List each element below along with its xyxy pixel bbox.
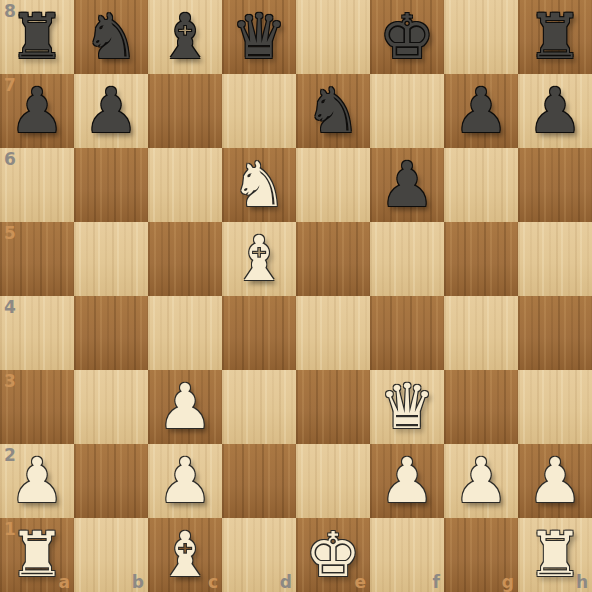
square-d5[interactable]: ♝ bbox=[222, 222, 296, 296]
square-g7[interactable]: ♟ bbox=[444, 74, 518, 148]
square-e1[interactable]: e♚ bbox=[296, 518, 370, 592]
square-h7[interactable]: ♟ bbox=[518, 74, 592, 148]
square-d1[interactable]: d bbox=[222, 518, 296, 592]
square-e5[interactable] bbox=[296, 222, 370, 296]
piece-black-rook[interactable]: ♜ bbox=[518, 0, 592, 74]
square-e3[interactable] bbox=[296, 370, 370, 444]
piece-black-rook[interactable]: ♜ bbox=[0, 0, 74, 74]
square-g6[interactable] bbox=[444, 148, 518, 222]
piece-black-knight[interactable]: ♞ bbox=[296, 74, 370, 148]
square-a1[interactable]: 1a♜ bbox=[0, 518, 74, 592]
file-label-f: f bbox=[433, 572, 440, 592]
square-f2[interactable]: ♟ bbox=[370, 444, 444, 518]
square-b4[interactable] bbox=[74, 296, 148, 370]
square-h4[interactable] bbox=[518, 296, 592, 370]
piece-white-bishop[interactable]: ♝ bbox=[148, 518, 222, 592]
square-d3[interactable] bbox=[222, 370, 296, 444]
square-c7[interactable] bbox=[148, 74, 222, 148]
piece-white-pawn[interactable]: ♟ bbox=[148, 444, 222, 518]
square-d6[interactable]: ♞ bbox=[222, 148, 296, 222]
square-d4[interactable] bbox=[222, 296, 296, 370]
square-c3[interactable]: ♟ bbox=[148, 370, 222, 444]
square-f4[interactable] bbox=[370, 296, 444, 370]
square-e8[interactable] bbox=[296, 0, 370, 74]
square-d2[interactable] bbox=[222, 444, 296, 518]
square-b7[interactable]: ♟ bbox=[74, 74, 148, 148]
square-a5[interactable]: 5 bbox=[0, 222, 74, 296]
square-b5[interactable] bbox=[74, 222, 148, 296]
file-label-d: d bbox=[280, 572, 292, 592]
square-b1[interactable]: b bbox=[74, 518, 148, 592]
square-g4[interactable] bbox=[444, 296, 518, 370]
square-b3[interactable] bbox=[74, 370, 148, 444]
square-g3[interactable] bbox=[444, 370, 518, 444]
square-b6[interactable] bbox=[74, 148, 148, 222]
square-f3[interactable]: ♛ bbox=[370, 370, 444, 444]
rank-label-5: 5 bbox=[4, 223, 16, 243]
square-h2[interactable]: ♟ bbox=[518, 444, 592, 518]
square-d8[interactable]: ♛ bbox=[222, 0, 296, 74]
piece-white-rook[interactable]: ♜ bbox=[518, 518, 592, 592]
piece-black-king[interactable]: ♚ bbox=[370, 0, 444, 74]
square-c4[interactable] bbox=[148, 296, 222, 370]
square-a4[interactable]: 4 bbox=[0, 296, 74, 370]
square-g2[interactable]: ♟ bbox=[444, 444, 518, 518]
square-c6[interactable] bbox=[148, 148, 222, 222]
piece-white-knight[interactable]: ♞ bbox=[222, 148, 296, 222]
square-g5[interactable] bbox=[444, 222, 518, 296]
piece-black-knight[interactable]: ♞ bbox=[74, 0, 148, 74]
square-f7[interactable] bbox=[370, 74, 444, 148]
square-e4[interactable] bbox=[296, 296, 370, 370]
piece-black-pawn[interactable]: ♟ bbox=[74, 74, 148, 148]
square-b8[interactable]: ♞ bbox=[74, 0, 148, 74]
file-label-g: g bbox=[502, 572, 514, 592]
piece-black-pawn[interactable]: ♟ bbox=[518, 74, 592, 148]
square-a6[interactable]: 6 bbox=[0, 148, 74, 222]
piece-black-pawn[interactable]: ♟ bbox=[370, 148, 444, 222]
rank-label-6: 6 bbox=[4, 149, 16, 169]
piece-black-queen[interactable]: ♛ bbox=[222, 0, 296, 74]
file-label-b: b bbox=[132, 572, 144, 592]
piece-white-rook[interactable]: ♜ bbox=[0, 518, 74, 592]
piece-white-bishop[interactable]: ♝ bbox=[222, 222, 296, 296]
rank-label-4: 4 bbox=[4, 297, 16, 317]
square-c1[interactable]: c♝ bbox=[148, 518, 222, 592]
square-c8[interactable]: ♝ bbox=[148, 0, 222, 74]
square-c2[interactable]: ♟ bbox=[148, 444, 222, 518]
square-f1[interactable]: f bbox=[370, 518, 444, 592]
square-g1[interactable]: g bbox=[444, 518, 518, 592]
chess-board: 8♜♞♝♛♚♜7♟♟♞♟♟6♞♟5♝43♟♛2♟♟♟♟♟1a♜bc♝de♚fgh… bbox=[0, 0, 592, 592]
square-f6[interactable]: ♟ bbox=[370, 148, 444, 222]
piece-white-pawn[interactable]: ♟ bbox=[444, 444, 518, 518]
square-e2[interactable] bbox=[296, 444, 370, 518]
square-c5[interactable] bbox=[148, 222, 222, 296]
square-a3[interactable]: 3 bbox=[0, 370, 74, 444]
square-f8[interactable]: ♚ bbox=[370, 0, 444, 74]
piece-white-king[interactable]: ♚ bbox=[296, 518, 370, 592]
square-a2[interactable]: 2♟ bbox=[0, 444, 74, 518]
piece-black-pawn[interactable]: ♟ bbox=[444, 74, 518, 148]
piece-black-bishop[interactable]: ♝ bbox=[148, 0, 222, 74]
piece-white-pawn[interactable]: ♟ bbox=[370, 444, 444, 518]
square-a8[interactable]: 8♜ bbox=[0, 0, 74, 74]
square-h5[interactable] bbox=[518, 222, 592, 296]
square-e6[interactable] bbox=[296, 148, 370, 222]
rank-label-3: 3 bbox=[4, 371, 16, 391]
square-h6[interactable] bbox=[518, 148, 592, 222]
square-b2[interactable] bbox=[74, 444, 148, 518]
square-d7[interactable] bbox=[222, 74, 296, 148]
piece-white-pawn[interactable]: ♟ bbox=[518, 444, 592, 518]
piece-white-queen[interactable]: ♛ bbox=[370, 370, 444, 444]
square-h1[interactable]: h♜ bbox=[518, 518, 592, 592]
square-f5[interactable] bbox=[370, 222, 444, 296]
square-h8[interactable]: ♜ bbox=[518, 0, 592, 74]
piece-white-pawn[interactable]: ♟ bbox=[148, 370, 222, 444]
piece-black-pawn[interactable]: ♟ bbox=[0, 74, 74, 148]
piece-white-pawn[interactable]: ♟ bbox=[0, 444, 74, 518]
square-a7[interactable]: 7♟ bbox=[0, 74, 74, 148]
square-e7[interactable]: ♞ bbox=[296, 74, 370, 148]
square-g8[interactable] bbox=[444, 0, 518, 74]
square-h3[interactable] bbox=[518, 370, 592, 444]
